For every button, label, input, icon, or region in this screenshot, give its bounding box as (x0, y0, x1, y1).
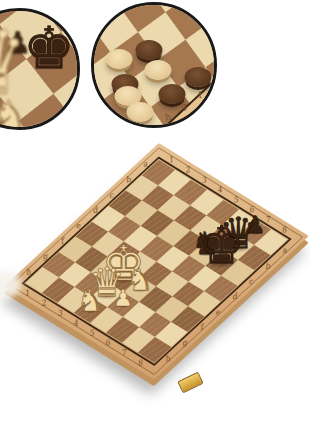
file-label: h (26, 267, 31, 277)
file-label: e (76, 221, 81, 231)
rank-label: 1 (26, 288, 31, 298)
file-label: h (165, 353, 170, 363)
file-label: b (265, 261, 270, 271)
rank-label: 5 (234, 194, 239, 204)
file-label: d (92, 205, 97, 215)
piece-black-king[interactable]: ♚ (198, 219, 245, 271)
file-label: e (215, 307, 220, 317)
rank-label: 3 (58, 308, 63, 318)
rank-label: 1 (169, 155, 174, 165)
file-label: g (43, 251, 48, 261)
brass-latch-icon (177, 372, 203, 394)
checker-disc-cream (145, 60, 172, 80)
rank-label: 2 (186, 165, 191, 175)
checker-disc-dark (185, 67, 212, 87)
closeup-piece-black-king: ♚ (23, 19, 75, 77)
piece-white-knight[interactable]: ♞ (77, 286, 104, 316)
file-label: c (249, 276, 254, 286)
piece-white-pawn[interactable]: ♟ (113, 287, 134, 310)
file-label: f (60, 236, 63, 246)
file-label: a (282, 245, 287, 255)
rank-label: 7 (266, 214, 271, 224)
rank-label: 5 (90, 328, 95, 338)
checker-disc-dark (136, 40, 163, 60)
playing-field (26, 160, 288, 363)
file-label: d (232, 292, 237, 302)
rank-label: 6 (106, 338, 111, 348)
rank-label: 4 (218, 184, 223, 194)
inset-chess-closeup: ♟♚♛♞ (0, 8, 80, 130)
file-label: g (182, 338, 187, 348)
checker-disc-cream (106, 49, 133, 69)
rank-label: 3 (202, 175, 207, 185)
rank-label: 7 (122, 348, 127, 358)
closeup-piece-white-knight: ♞ (0, 95, 28, 130)
chess-board: a1a1b2b2c3c3d4d4e5e5f6f6g7g7h8h8 (4, 143, 309, 379)
file-label: f (200, 323, 203, 333)
rank-label: 4 (74, 318, 79, 328)
inset-checkers-closeup: hgf (91, 2, 217, 128)
file-label: c (109, 190, 114, 200)
rank-label: 8 (282, 224, 287, 234)
file-label: b (126, 174, 131, 184)
rank-label: 2 (42, 298, 47, 308)
checker-disc-cream (127, 102, 154, 122)
rank-label: 8 (138, 358, 143, 368)
file-label: a (142, 159, 147, 169)
product-photo: ♟♚♛♞ hgf a1a1b2b2c3c3d4d4e5e5f6f6g7g7h8h… (0, 0, 310, 430)
